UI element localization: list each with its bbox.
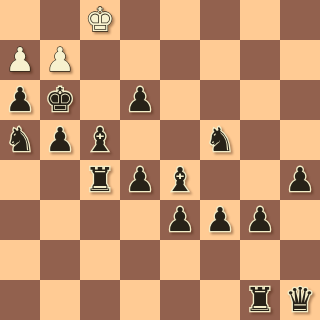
- square-c5[interactable]: ♝: [80, 120, 120, 160]
- square-a5[interactable]: ♞: [0, 120, 40, 160]
- white-king[interactable]: ♚: [85, 0, 115, 40]
- square-a6[interactable]: ♟: [0, 80, 40, 120]
- square-b6[interactable]: ♚: [40, 80, 80, 120]
- square-e7[interactable]: [160, 40, 200, 80]
- square-a8[interactable]: [0, 0, 40, 40]
- square-h3[interactable]: [280, 200, 320, 240]
- black-knight[interactable]: ♞: [5, 120, 35, 160]
- square-e4[interactable]: ♝: [160, 160, 200, 200]
- square-d4[interactable]: ♟: [120, 160, 160, 200]
- square-f5[interactable]: ♞: [200, 120, 240, 160]
- black-pawn[interactable]: ♟: [165, 200, 195, 240]
- black-rook[interactable]: ♜: [245, 280, 275, 320]
- black-bishop[interactable]: ♝: [165, 160, 195, 200]
- square-b4[interactable]: [40, 160, 80, 200]
- black-pawn[interactable]: ♟: [285, 160, 315, 200]
- square-e1[interactable]: [160, 280, 200, 320]
- square-e8[interactable]: [160, 0, 200, 40]
- square-a4[interactable]: [0, 160, 40, 200]
- square-f3[interactable]: ♟: [200, 200, 240, 240]
- black-knight[interactable]: ♞: [205, 120, 235, 160]
- square-c6[interactable]: [80, 80, 120, 120]
- square-a2[interactable]: [0, 240, 40, 280]
- square-d2[interactable]: [120, 240, 160, 280]
- square-g4[interactable]: [240, 160, 280, 200]
- black-rook[interactable]: ♜: [85, 160, 115, 200]
- black-queen[interactable]: ♛: [285, 280, 315, 320]
- square-a3[interactable]: [0, 200, 40, 240]
- square-a7[interactable]: ♟: [0, 40, 40, 80]
- square-g7[interactable]: [240, 40, 280, 80]
- square-g5[interactable]: [240, 120, 280, 160]
- square-h7[interactable]: [280, 40, 320, 80]
- square-f2[interactable]: [200, 240, 240, 280]
- square-c3[interactable]: [80, 200, 120, 240]
- square-c1[interactable]: [80, 280, 120, 320]
- square-h2[interactable]: [280, 240, 320, 280]
- square-h6[interactable]: [280, 80, 320, 120]
- black-pawn[interactable]: ♟: [125, 160, 155, 200]
- square-h1[interactable]: ♛: [280, 280, 320, 320]
- square-e2[interactable]: [160, 240, 200, 280]
- square-f4[interactable]: [200, 160, 240, 200]
- black-king[interactable]: ♚: [45, 80, 75, 120]
- square-c2[interactable]: [80, 240, 120, 280]
- square-d8[interactable]: [120, 0, 160, 40]
- square-d6[interactable]: ♟: [120, 80, 160, 120]
- square-b1[interactable]: [40, 280, 80, 320]
- square-f8[interactable]: [200, 0, 240, 40]
- square-b5[interactable]: ♟: [40, 120, 80, 160]
- square-a1[interactable]: [0, 280, 40, 320]
- square-c8[interactable]: ♚: [80, 0, 120, 40]
- black-pawn[interactable]: ♟: [245, 200, 275, 240]
- square-d3[interactable]: [120, 200, 160, 240]
- square-g8[interactable]: [240, 0, 280, 40]
- square-d7[interactable]: [120, 40, 160, 80]
- square-e3[interactable]: ♟: [160, 200, 200, 240]
- square-b3[interactable]: [40, 200, 80, 240]
- square-h5[interactable]: [280, 120, 320, 160]
- white-pawn[interactable]: ♟: [5, 40, 35, 80]
- square-h8[interactable]: [280, 0, 320, 40]
- black-pawn[interactable]: ♟: [125, 80, 155, 120]
- square-f1[interactable]: [200, 280, 240, 320]
- white-pawn[interactable]: ♟: [45, 40, 75, 80]
- square-b8[interactable]: [40, 0, 80, 40]
- square-c4[interactable]: ♜: [80, 160, 120, 200]
- square-c7[interactable]: [80, 40, 120, 80]
- chess-board: ♚♟♟♟♚♟♞♟♝♞♜♟♝♟♟♟♟♜♛: [0, 0, 320, 320]
- square-b7[interactable]: ♟: [40, 40, 80, 80]
- square-f7[interactable]: [200, 40, 240, 80]
- square-f6[interactable]: [200, 80, 240, 120]
- black-pawn[interactable]: ♟: [5, 80, 35, 120]
- square-d1[interactable]: [120, 280, 160, 320]
- black-bishop[interactable]: ♝: [85, 120, 115, 160]
- square-g6[interactable]: [240, 80, 280, 120]
- square-d5[interactable]: [120, 120, 160, 160]
- square-b2[interactable]: [40, 240, 80, 280]
- square-g3[interactable]: ♟: [240, 200, 280, 240]
- square-g1[interactable]: ♜: [240, 280, 280, 320]
- square-g2[interactable]: [240, 240, 280, 280]
- black-pawn[interactable]: ♟: [45, 120, 75, 160]
- square-h4[interactable]: ♟: [280, 160, 320, 200]
- square-e6[interactable]: [160, 80, 200, 120]
- black-pawn[interactable]: ♟: [205, 200, 235, 240]
- square-e5[interactable]: [160, 120, 200, 160]
